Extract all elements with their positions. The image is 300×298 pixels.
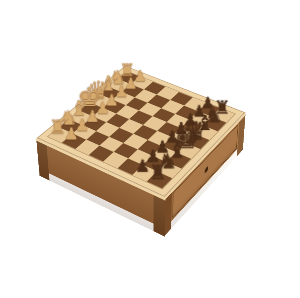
product-photo: ♜♟♟♜♞♟♟♞♝♟♟♝♛♟♟♛♚♟♟♚♝♟♟♝♞♟♟♞♜♟♟♜ — [0, 0, 300, 298]
chess-board: ♜♟♟♜♞♟♟♞♝♟♟♝♛♟♟♛♚♟♟♚♝♟♟♝♞♟♟♞♜♟♟♜ — [36, 66, 245, 197]
square — [85, 131, 109, 146]
scene: ♜♟♟♜♞♟♟♞♝♟♟♝♛♟♟♛♚♟♟♚♝♟♟♝♞♟♟♞♜♟♟♜ — [0, 0, 300, 298]
square — [96, 122, 120, 137]
drawer-knob — [204, 166, 207, 174]
